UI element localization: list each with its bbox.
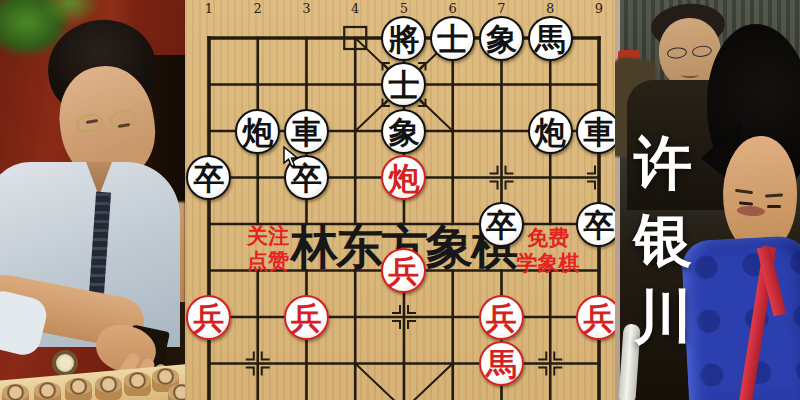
wooden-xiangqi-piece (95, 376, 122, 400)
wooden-xiangqi-piece (34, 382, 61, 400)
wooden-xiangqi-piece (124, 372, 151, 396)
xiangqi-board[interactable]: 123456789 (185, 0, 615, 400)
wooden-xiangqi-piece (2, 384, 29, 400)
piece-black-cannon[interactable]: 炮 (235, 109, 280, 154)
wooden-xiangqi-piece (168, 384, 185, 400)
wooden-xiangqi-piece (65, 378, 92, 400)
pieces-layer: 將士象馬士炮車象炮車卒卒炮卒卒兵兵兵兵兵馬 (185, 15, 615, 400)
mouse-cursor (283, 146, 300, 169)
caption-char: 许 (634, 134, 692, 192)
piece-black-horse[interactable]: 馬 (528, 16, 573, 61)
piece-red-soldier[interactable]: 兵 (479, 295, 524, 340)
piece-black-elephant[interactable]: 象 (381, 109, 426, 154)
piece-black-chariot[interactable]: 車 (576, 109, 615, 154)
piece-red-soldier[interactable]: 兵 (186, 295, 231, 340)
right-player-photo: 许 银 川 (615, 0, 800, 400)
wrist-watch (52, 350, 78, 376)
smile (681, 72, 699, 78)
piece-black-general[interactable]: 將 (381, 16, 426, 61)
screenshot-root: 123456789 (0, 0, 800, 400)
piece-red-soldier[interactable]: 兵 (576, 295, 615, 340)
left-player-photo (0, 0, 185, 400)
caption-char: 川 (634, 288, 692, 346)
piece-red-soldier[interactable]: 兵 (284, 295, 329, 340)
piece-red-horse[interactable]: 馬 (479, 341, 524, 386)
piece-red-soldier[interactable]: 兵 (381, 248, 426, 293)
glasses-lens (666, 46, 687, 59)
piece-black-elephant[interactable]: 象 (479, 16, 524, 61)
piece-black-soldier[interactable]: 卒 (479, 202, 524, 247)
glasses-lens (691, 45, 712, 58)
caption-char: 银 (634, 211, 692, 269)
piece-black-soldier[interactable]: 卒 (186, 155, 231, 200)
piece-black-soldier[interactable]: 卒 (576, 202, 615, 247)
downcast-eye (767, 205, 781, 208)
piece-black-advisor[interactable]: 士 (430, 16, 475, 61)
piece-black-advisor[interactable]: 士 (381, 62, 426, 107)
player-name-caption: 许 银 川 (627, 134, 699, 346)
piece-black-cannon[interactable]: 炮 (528, 109, 573, 154)
piece-red-cannon[interactable]: 炮 (381, 155, 426, 200)
